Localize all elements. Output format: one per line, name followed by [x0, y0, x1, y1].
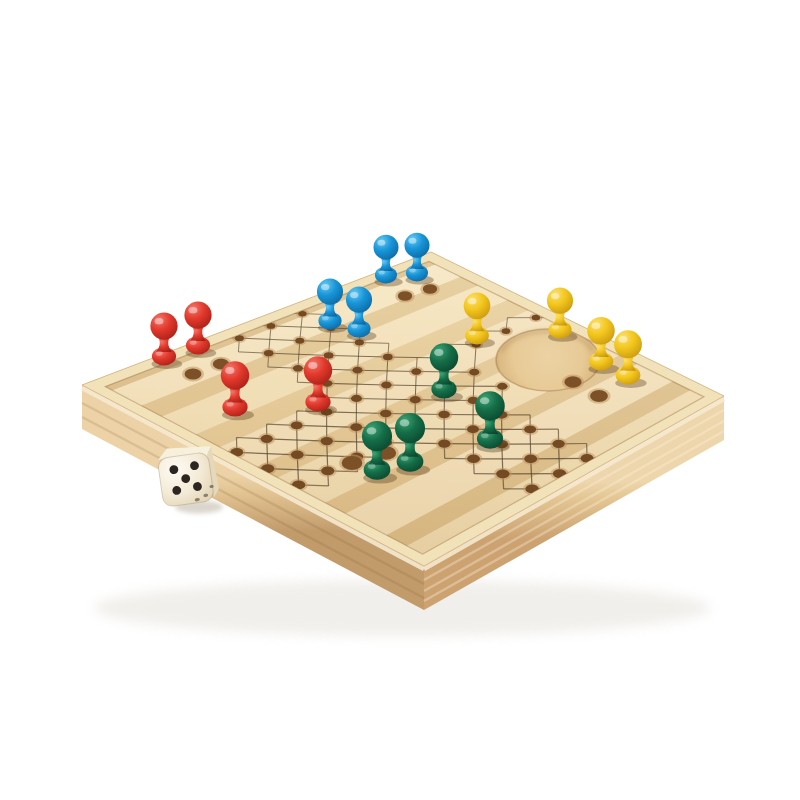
track-hole	[467, 425, 479, 433]
start-hole-yellow[interactable]	[564, 376, 581, 387]
peg-base-highlight	[409, 268, 415, 273]
track-hole	[383, 354, 393, 360]
peg-head	[395, 413, 425, 443]
peg-head-highlight	[400, 419, 410, 426]
peg-base-highlight	[226, 401, 233, 406]
track-hole	[295, 338, 304, 344]
peg-head-highlight	[591, 323, 600, 330]
track-hole	[438, 411, 450, 419]
peg-base-highlight	[322, 315, 329, 320]
peg-head-highlight	[408, 238, 416, 244]
start-hole-green[interactable]	[342, 456, 363, 470]
peg-head	[346, 287, 372, 313]
peg-head	[614, 330, 642, 358]
track-hole	[267, 323, 276, 329]
peg-base-highlight	[593, 356, 600, 361]
peg-head-highlight	[225, 367, 234, 374]
peg-head	[464, 293, 491, 320]
peg-base-highlight	[156, 351, 163, 356]
peg-red-1[interactable]	[184, 301, 216, 358]
peg-head-highlight	[434, 349, 443, 356]
peg-head	[374, 235, 399, 260]
track-hole	[293, 365, 303, 372]
track-hole	[496, 469, 509, 478]
track-hole	[352, 367, 362, 374]
peg-blue-2[interactable]	[374, 235, 403, 287]
peg-red-2[interactable]	[150, 312, 182, 369]
peg-neck	[190, 328, 206, 341]
peg-head-highlight	[618, 336, 627, 343]
peg-base-highlight	[190, 340, 197, 345]
track-hole	[524, 455, 537, 464]
track-hole	[469, 369, 479, 376]
peg-base-highlight	[620, 370, 627, 375]
peg-neck	[156, 339, 172, 352]
peg-head	[547, 288, 573, 314]
peg-head-highlight	[551, 293, 559, 299]
peg-base-highlight	[469, 330, 476, 335]
peg-head	[405, 233, 430, 258]
peg-head-highlight	[480, 397, 490, 404]
peg-base-highlight	[368, 464, 376, 470]
start-hole-yellow[interactable]	[590, 390, 608, 402]
track-hole	[298, 311, 306, 316]
track-hole	[497, 383, 508, 390]
track-hole	[552, 440, 564, 448]
track-hole	[321, 466, 334, 475]
track-hole	[467, 454, 480, 463]
track-hole	[291, 421, 303, 429]
peg-head	[184, 301, 211, 328]
track-hole	[532, 315, 540, 321]
track-hole	[261, 435, 273, 443]
board-face-details	[82, 252, 724, 566]
track-hole	[381, 381, 392, 388]
peg-head	[317, 279, 343, 305]
peg-base-highlight	[378, 270, 384, 275]
peg-head	[304, 356, 332, 384]
peg-head-highlight	[308, 362, 317, 369]
track-hole	[502, 328, 511, 334]
peg-head-highlight	[367, 427, 377, 434]
track-hole	[411, 368, 421, 375]
track-hole	[264, 350, 274, 356]
peg-head-highlight	[377, 240, 385, 246]
track-hole	[524, 425, 536, 433]
peg-base-highlight	[435, 383, 442, 388]
peg-head	[587, 317, 615, 345]
peg-head-highlight	[468, 298, 477, 304]
die-recess	[496, 329, 600, 391]
peg-head	[362, 421, 392, 451]
track-hole	[291, 451, 304, 459]
die[interactable]	[156, 442, 221, 507]
track-hole	[380, 410, 391, 418]
peg-base-highlight	[481, 433, 488, 438]
peg-head-highlight	[155, 318, 164, 325]
peg-head-highlight	[350, 292, 358, 298]
track-hole	[324, 352, 334, 358]
peg-base-highlight	[351, 323, 358, 328]
start-hole-blue[interactable]	[398, 291, 412, 301]
start-hole-red[interactable]	[185, 368, 202, 379]
start-hole-blue[interactable]	[423, 284, 437, 294]
track-hole	[350, 423, 362, 431]
peg-base-highlight	[401, 456, 409, 462]
peg-head-highlight	[189, 307, 198, 314]
track-hole	[321, 437, 333, 445]
ludo-scene-svg	[0, 0, 800, 800]
peg-head	[430, 343, 458, 371]
peg-head	[150, 312, 177, 339]
track-hole	[410, 396, 421, 403]
peg-base-highlight	[552, 324, 559, 329]
peg-neck	[379, 259, 393, 271]
track-hole	[438, 440, 450, 448]
peg-head-highlight	[321, 284, 329, 290]
peg-base-highlight	[309, 396, 316, 401]
peg-head	[475, 391, 505, 421]
ludo-product-photo	[0, 0, 800, 800]
peg-head	[221, 361, 249, 389]
track-hole	[351, 395, 362, 402]
